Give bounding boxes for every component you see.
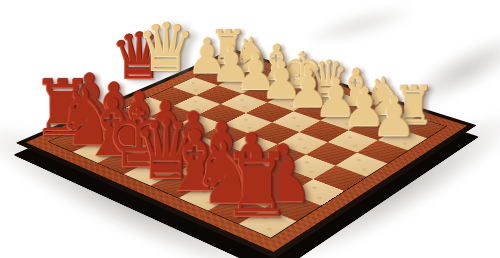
- board-3d: ♜♞♝♚♛♝♞♜♟♟♟♟♟♟♟♟♟♟♟♟♟♟♟♟♜♞♝♚♛♝♞♜: [16, 49, 477, 258]
- padauk-rook-glyph: ♜: [215, 142, 298, 229]
- extra-queen-white: ♛: [136, 15, 196, 81]
- chess-set-product-photo: ♜♞♝♚♛♝♞♜♟♟♟♟♟♟♟♟♟♟♟♟♟♟♟♟♜♞♝♚♛♝♞♜ ♛ ♛: [0, 0, 500, 258]
- boxwood-pawn-glyph: ♟: [358, 90, 430, 145]
